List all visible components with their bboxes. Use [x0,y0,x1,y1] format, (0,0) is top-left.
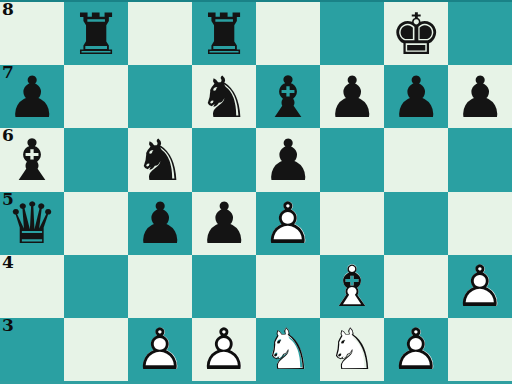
piece-white-pawn[interactable]: ♟♙ [448,255,512,318]
square-e8[interactable] [256,2,320,65]
rank-label-8: 8 [2,2,14,19]
square-c4[interactable] [128,255,192,318]
square-f6[interactable] [320,128,384,191]
piece-black-knight[interactable]: ♞ [192,65,256,128]
piece-black-pawn[interactable]: ♟ [256,128,320,191]
square-a3[interactable]: 3 [0,318,64,381]
black-pawn-glyph: ♟ [192,195,256,252]
rank-label-5: 5 [2,192,14,209]
white-pawn-outline: ♙ [448,258,512,315]
rank-label-6: 6 [2,128,14,145]
square-g8[interactable]: ♚ [384,2,448,65]
square-h4[interactable]: ♟♙ [448,255,512,318]
square-h7[interactable]: ♟ [448,65,512,128]
white-bishop-outline: ♗ [320,258,384,315]
square-d7[interactable]: ♞ [192,65,256,128]
square-f3[interactable]: ♞♘ [320,318,384,381]
piece-black-pawn[interactable]: ♟ [320,65,384,128]
square-h5[interactable] [448,192,512,255]
square-b8[interactable]: ♜ [64,2,128,65]
black-bishop-glyph: ♝ [256,68,320,125]
square-g5[interactable] [384,192,448,255]
white-pawn-outline: ♙ [384,321,448,378]
square-g4[interactable] [384,255,448,318]
white-pawn-outline: ♙ [192,321,256,378]
square-e3[interactable]: ♞♘ [256,318,320,381]
piece-white-pawn[interactable]: ♟♙ [128,318,192,381]
square-c7[interactable] [128,65,192,128]
square-h6[interactable] [448,128,512,191]
rank-label-7: 7 [2,65,14,82]
piece-black-pawn[interactable]: ♟ [128,192,192,255]
square-a7[interactable]: 7♟ [0,65,64,128]
square-b4[interactable] [64,255,128,318]
square-g6[interactable] [384,128,448,191]
black-rook-glyph: ♜ [64,5,128,62]
black-rook-glyph: ♜ [192,5,256,62]
white-knight-outline: ♘ [320,321,384,378]
square-h8[interactable] [448,2,512,65]
black-pawn-glyph: ♟ [448,68,512,125]
piece-white-knight[interactable]: ♞♘ [320,318,384,381]
piece-black-pawn[interactable]: ♟ [448,65,512,128]
square-e5[interactable]: ♟♙ [256,192,320,255]
square-c8[interactable] [128,2,192,65]
square-a8[interactable]: 8 [0,2,64,65]
square-f5[interactable] [320,192,384,255]
black-pawn-glyph: ♟ [128,195,192,252]
piece-black-knight[interactable]: ♞ [128,128,192,191]
piece-black-rook[interactable]: ♜ [192,2,256,65]
square-d5[interactable]: ♟ [192,192,256,255]
square-c6[interactable]: ♞ [128,128,192,191]
black-knight-glyph: ♞ [192,68,256,125]
rank-label-3: 3 [2,318,14,335]
square-d3[interactable]: ♟♙ [192,318,256,381]
square-a5[interactable]: 5♛ [0,192,64,255]
square-c3[interactable]: ♟♙ [128,318,192,381]
white-pawn-outline: ♙ [256,195,320,252]
square-a6[interactable]: 6♝ [0,128,64,191]
piece-white-bishop[interactable]: ♝♗ [320,255,384,318]
piece-black-pawn[interactable]: ♟ [192,192,256,255]
piece-white-knight[interactable]: ♞♘ [256,318,320,381]
piece-black-pawn[interactable]: ♟ [384,65,448,128]
square-d8[interactable]: ♜ [192,2,256,65]
black-knight-glyph: ♞ [128,131,192,188]
black-king-glyph: ♚ [384,5,448,62]
square-g3[interactable]: ♟♙ [384,318,448,381]
square-f7[interactable]: ♟ [320,65,384,128]
black-pawn-glyph: ♟ [256,131,320,188]
white-knight-outline: ♘ [256,321,320,378]
square-e6[interactable]: ♟ [256,128,320,191]
square-e7[interactable]: ♝ [256,65,320,128]
piece-black-king[interactable]: ♚ [384,2,448,65]
piece-white-pawn[interactable]: ♟♙ [256,192,320,255]
black-pawn-glyph: ♟ [384,68,448,125]
piece-white-pawn[interactable]: ♟♙ [384,318,448,381]
chess-board: 8♜♜♚7♟♞♝♟♟♟6♝♞♟5♛♟♟♟♙4♝♗♟♙3♟♙♟♙♞♘♞♘♟♙ [0,0,512,384]
square-b7[interactable] [64,65,128,128]
square-h3[interactable] [448,318,512,381]
piece-black-rook[interactable]: ♜ [64,2,128,65]
square-a4[interactable]: 4 [0,255,64,318]
square-b6[interactable] [64,128,128,191]
square-e4[interactable] [256,255,320,318]
white-pawn-outline: ♙ [128,321,192,378]
square-d6[interactable] [192,128,256,191]
piece-white-pawn[interactable]: ♟♙ [192,318,256,381]
square-f4[interactable]: ♝♗ [320,255,384,318]
square-g7[interactable]: ♟ [384,65,448,128]
piece-black-bishop[interactable]: ♝ [256,65,320,128]
square-f8[interactable] [320,2,384,65]
black-pawn-glyph: ♟ [320,68,384,125]
square-c5[interactable]: ♟ [128,192,192,255]
square-b3[interactable] [64,318,128,381]
rank-label-4: 4 [2,255,14,272]
square-b5[interactable] [64,192,128,255]
square-d4[interactable] [192,255,256,318]
